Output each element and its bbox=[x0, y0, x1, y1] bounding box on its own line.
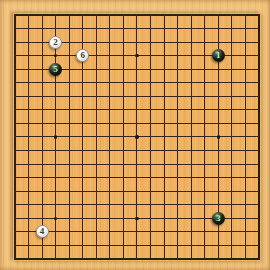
stone-move-number: 3 bbox=[216, 211, 221, 224]
stone-move-number: 1 bbox=[216, 49, 221, 62]
stone-black-move-1[interactable]: 1 bbox=[212, 49, 225, 62]
stone-move-number: 2 bbox=[53, 35, 58, 48]
stone-black-move-3[interactable]: 3 bbox=[212, 212, 225, 225]
stone-white-move-6[interactable]: 6 bbox=[76, 49, 89, 62]
stone-move-number: 4 bbox=[40, 225, 45, 238]
go-board-scene: 123456 bbox=[0, 0, 270, 270]
stone-white-move-4[interactable]: 4 bbox=[36, 225, 49, 238]
stone-white-move-2[interactable]: 2 bbox=[49, 36, 62, 49]
stone-move-number: 5 bbox=[53, 62, 58, 75]
stone-move-number: 6 bbox=[80, 49, 85, 62]
stones-layer: 123456 bbox=[8, 8, 265, 265]
stone-black-move-5[interactable]: 5 bbox=[49, 63, 62, 76]
